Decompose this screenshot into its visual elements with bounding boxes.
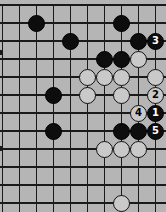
- white-stone: [79, 69, 96, 86]
- go-board: 32415: [0, 0, 166, 212]
- black-stone: [62, 33, 79, 50]
- board-vline: [87, 5, 89, 212]
- black-stone: [28, 15, 45, 32]
- white-stone: [113, 87, 130, 104]
- board-hline: [0, 184, 166, 186]
- black-stone: [130, 123, 147, 140]
- stone-move-3-black: 3: [147, 33, 164, 50]
- go-diagram: 32415: [0, 0, 166, 212]
- board-vline: [2, 5, 4, 212]
- black-stone: [45, 87, 62, 104]
- hoshi-tick: [0, 50, 3, 55]
- black-stone: [113, 51, 130, 68]
- board-hline: [0, 22, 166, 24]
- board-hline: [0, 166, 166, 168]
- white-stone: [113, 195, 130, 212]
- board-hline: [0, 202, 166, 204]
- white-stone: [113, 141, 130, 158]
- black-stone: [130, 33, 147, 50]
- hoshi-tick: [0, 146, 3, 151]
- stone-move-2-white: 2: [147, 87, 164, 104]
- stone-move-1-black: 1: [147, 105, 164, 122]
- white-stone: [147, 69, 164, 86]
- white-stone: [130, 51, 147, 68]
- white-stone: [79, 87, 96, 104]
- board-vline: [121, 5, 123, 212]
- black-stone: [113, 123, 130, 140]
- white-stone: [96, 69, 113, 86]
- white-stone: [96, 141, 113, 158]
- board-top-edge-line: [0, 4, 166, 6]
- white-stone: [130, 141, 147, 158]
- white-stone: [113, 69, 130, 86]
- stone-move-5-black: 5: [147, 123, 164, 140]
- board-vline: [36, 5, 38, 212]
- black-stone: [113, 15, 130, 32]
- board-vline: [104, 5, 106, 212]
- board-vline: [53, 5, 55, 212]
- stone-move-4-white: 4: [130, 105, 147, 122]
- board-vline: [19, 5, 21, 212]
- black-stone: [45, 123, 62, 140]
- black-stone: [96, 51, 113, 68]
